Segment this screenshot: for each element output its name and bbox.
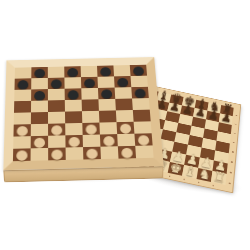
chess-cell — [165, 111, 180, 123]
draughts-cell — [65, 100, 82, 112]
chess-cell: ♜ — [211, 171, 227, 185]
draughts-cell: ● — [65, 88, 82, 100]
draughts-piece-black: ● — [83, 77, 95, 88]
draughts-piece-black: ● — [99, 65, 111, 76]
chess-piece-light-rook: ♜ — [212, 169, 227, 185]
draughts-cell: ● — [13, 148, 31, 161]
chess-piece-light-knight: ♞ — [198, 166, 213, 182]
draughts-cell — [48, 89, 65, 101]
chess-cell: ♞ — [207, 102, 221, 113]
draughts-cell: ● — [82, 123, 100, 135]
chess-cell: ♟ — [206, 111, 220, 122]
draughts-cell — [82, 99, 99, 111]
wooden-box: ●●●●●●●●●●●●●●●●●●●●●●●● — [5, 50, 159, 190]
draughts-piece-black: ● — [132, 65, 145, 76]
chess-cell — [190, 126, 205, 138]
draughts-piece-black: ● — [67, 66, 79, 77]
chess-cell — [218, 122, 232, 134]
draughts-cell — [135, 145, 153, 158]
draughts-piece-white: ● — [33, 136, 46, 148]
chess-piece-dark-bishop: ♝ — [196, 97, 209, 111]
draughts-cell: ● — [48, 148, 66, 161]
draughts-piece-black: ● — [67, 88, 79, 100]
draughts-cell — [100, 146, 118, 159]
chess-cell — [203, 129, 218, 141]
draughts-cell: ● — [118, 146, 136, 159]
box-front-edge — [3, 166, 163, 182]
draughts-piece-white: ● — [85, 123, 98, 135]
draughts-piece-black: ● — [34, 67, 46, 78]
chess-cell — [188, 135, 203, 148]
draughts-cell — [81, 88, 98, 100]
draughts-piece-white: ● — [68, 135, 81, 147]
draughts-piece-white: ● — [120, 146, 133, 159]
draughts-piece-black: ● — [33, 89, 45, 101]
chess-cell — [205, 120, 219, 132]
chess-piece-dark-bishop: ♝ — [158, 88, 171, 102]
chess-piece-dark-pawn: ♟ — [168, 100, 181, 114]
draughts-cell — [65, 111, 82, 123]
checkers-box-frame: ●●●●●●●●●●●●●●●●●●●●●●●● — [3, 57, 163, 170]
chess-piece-dark-pawn: ♟ — [207, 108, 220, 122]
draughts-cell: ● — [98, 88, 115, 100]
draughts-cell: ● — [100, 134, 118, 147]
draughts-cell: ● — [48, 123, 65, 135]
chess-piece-dark-pawn: ♟ — [194, 105, 207, 119]
draughts-cell: ● — [31, 89, 48, 101]
draughts-cell — [14, 89, 31, 101]
checkers-grid: ●●●●●●●●●●●●●●●●●●●●●●●● — [13, 65, 154, 162]
draughts-cell: ● — [14, 78, 31, 90]
draughts-piece-white: ● — [119, 122, 132, 134]
chess-piece-light-king: ♚ — [169, 160, 184, 176]
draughts-cell — [66, 147, 84, 160]
product-photo-stage: ♜♞♝♛♚♝♞♜♟♟♟♟♟♟♟♟♟♟♟♟♟♟♟♟♜♞♝♛♚♝♞♜ ●●●●●●●… — [0, 0, 250, 250]
chess-piece-dark-rook: ♜ — [221, 102, 234, 116]
draughts-cell — [48, 100, 65, 112]
draughts-cell: ● — [81, 77, 98, 89]
draughts-piece-black: ● — [134, 87, 147, 99]
chess-cell: ♟ — [193, 108, 207, 119]
draughts-cell — [31, 100, 48, 112]
chess-cell — [178, 114, 193, 126]
draughts-cell: ● — [83, 147, 101, 160]
chess-cell — [176, 123, 191, 135]
chess-cell: ♚ — [182, 97, 196, 108]
chess-piece-light-bishop: ♝ — [183, 163, 198, 179]
wooden-box-perspective: ●●●●●●●●●●●●●●●●●●●●●●●● — [3, 57, 165, 188]
draughts-cell — [99, 110, 117, 122]
chess-cell — [191, 117, 206, 129]
draughts-cell: ● — [65, 135, 83, 148]
draughts-piece-black: ● — [100, 88, 113, 100]
chess-cell: ♜ — [220, 105, 234, 116]
draughts-cell: ● — [64, 66, 81, 77]
draughts-cell: ● — [31, 136, 48, 149]
draughts-cell: ● — [97, 65, 114, 76]
chess-cell: ♟ — [219, 114, 233, 125]
draughts-piece-black: ● — [50, 78, 62, 89]
draughts-piece-white: ● — [16, 124, 29, 136]
chess-piece-dark-queen: ♛ — [170, 91, 183, 105]
draughts-cell: ● — [48, 78, 65, 90]
draughts-cell — [115, 87, 132, 99]
draughts-piece-white: ● — [51, 148, 64, 161]
chess-cell — [174, 132, 189, 144]
chess-piece-dark-pawn: ♟ — [181, 102, 194, 116]
chess-cell — [163, 120, 178, 132]
draughts-cell: ● — [114, 76, 131, 88]
draughts-cell: ● — [130, 65, 147, 76]
draughts-piece-white: ● — [15, 148, 28, 161]
draughts-cell — [133, 110, 151, 122]
draughts-cell: ● — [31, 67, 48, 78]
draughts-piece-white: ● — [50, 123, 62, 135]
chess-cell — [215, 141, 230, 154]
draughts-cell: ● — [13, 124, 30, 136]
chess-frame-coordinate-marks-right — [229, 109, 238, 184]
chess-cell: ♟ — [167, 103, 182, 114]
chess-cell — [202, 138, 217, 151]
draughts-cell — [14, 101, 31, 113]
chess-cell: ♛ — [169, 94, 183, 105]
chess-cell: ♝ — [182, 165, 198, 179]
draughts-cell — [98, 99, 115, 111]
chess-piece-dark-pawn: ♟ — [220, 110, 233, 124]
draughts-cell: ● — [117, 122, 135, 134]
draughts-piece-white: ● — [102, 134, 115, 146]
chess-piece-dark-king: ♚ — [183, 94, 196, 108]
draughts-cell — [132, 98, 150, 110]
draughts-cell: ● — [134, 133, 152, 146]
draughts-piece-black: ● — [17, 78, 29, 89]
draughts-piece-white: ● — [137, 133, 150, 145]
chess-piece-dark-knight: ♞ — [208, 99, 221, 113]
chess-cell — [216, 131, 230, 143]
draughts-cell: ● — [131, 87, 149, 99]
chess-cell: ♟ — [180, 105, 195, 116]
draughts-cell — [31, 112, 48, 124]
draughts-piece-white: ● — [85, 147, 98, 160]
draughts-piece-black: ● — [116, 76, 129, 87]
draughts-cell — [31, 148, 49, 161]
chess-cell — [161, 129, 177, 141]
chess-cell: ♝ — [195, 100, 209, 111]
draughts-cell — [115, 98, 133, 110]
chess-cell: ♞ — [197, 168, 213, 182]
